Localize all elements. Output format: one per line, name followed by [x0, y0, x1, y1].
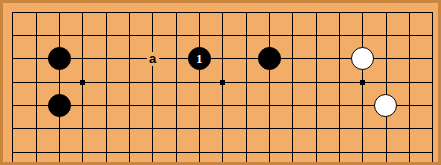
intersection: [374, 94, 397, 117]
intersection: [118, 47, 141, 70]
intersection: [71, 24, 94, 47]
intersection: [421, 141, 441, 164]
intersection: [234, 141, 257, 164]
intersection: [48, 117, 71, 140]
intersection: [71, 71, 94, 94]
intersection: [188, 71, 211, 94]
intersection: [374, 47, 397, 70]
intersection: [374, 141, 397, 164]
intersection: [374, 117, 397, 140]
intersection: [24, 117, 47, 140]
intersection: [24, 1, 47, 24]
intersection: [421, 94, 441, 117]
intersection: [328, 47, 351, 70]
intersection: [421, 71, 441, 94]
intersection: [304, 94, 327, 117]
intersection: [141, 24, 164, 47]
intersection: [48, 24, 71, 47]
intersection: [164, 47, 187, 70]
intersection: [304, 24, 327, 47]
intersection: [211, 47, 234, 70]
intersection: [48, 71, 71, 94]
intersection: [258, 1, 281, 24]
intersection-grid: a1: [1, 1, 441, 164]
point-label-a: a: [147, 52, 159, 66]
intersection: [328, 141, 351, 164]
intersection: [258, 71, 281, 94]
intersection: [24, 24, 47, 47]
intersection: a: [141, 47, 164, 70]
intersection: [188, 1, 211, 24]
intersection: [118, 1, 141, 24]
intersection: [281, 47, 304, 70]
intersection: [164, 117, 187, 140]
intersection: [281, 117, 304, 140]
intersection: [211, 141, 234, 164]
intersection: [118, 117, 141, 140]
intersection: [94, 117, 117, 140]
intersection: [24, 71, 47, 94]
intersection: [94, 24, 117, 47]
intersection: [1, 117, 24, 140]
star-point-marker: [360, 80, 365, 85]
intersection: [211, 24, 234, 47]
star-point-marker: [220, 80, 225, 85]
intersection: [234, 94, 257, 117]
intersection: [1, 47, 24, 70]
intersection: [94, 1, 117, 24]
intersection: [71, 47, 94, 70]
intersection: [398, 94, 421, 117]
intersection: [24, 47, 47, 70]
intersection: [188, 94, 211, 117]
intersection: [351, 71, 374, 94]
intersection: [374, 1, 397, 24]
star-point-marker: [80, 80, 85, 85]
intersection: [164, 141, 187, 164]
intersection: [304, 141, 327, 164]
intersection: [164, 1, 187, 24]
intersection: [118, 94, 141, 117]
numbered-black-stone: 1: [188, 47, 211, 70]
intersection: [398, 71, 421, 94]
intersection: [164, 24, 187, 47]
intersection: [351, 24, 374, 47]
intersection: [421, 24, 441, 47]
intersection: [141, 117, 164, 140]
intersection: [421, 47, 441, 70]
black-stone: [48, 47, 71, 70]
intersection: [398, 141, 421, 164]
intersection: [141, 71, 164, 94]
intersection: [328, 117, 351, 140]
intersection: [94, 71, 117, 94]
intersection: [1, 141, 24, 164]
intersection: [421, 117, 441, 140]
intersection: [374, 24, 397, 47]
intersection: [351, 117, 374, 140]
intersection: [258, 24, 281, 47]
intersection: [71, 117, 94, 140]
intersection: [398, 24, 421, 47]
intersection: 1: [188, 47, 211, 70]
intersection: [281, 94, 304, 117]
intersection: [48, 47, 71, 70]
intersection: [48, 141, 71, 164]
intersection: [188, 24, 211, 47]
intersection: [374, 71, 397, 94]
intersection: [1, 94, 24, 117]
intersection: [398, 1, 421, 24]
black-stone: [48, 94, 71, 117]
intersection: [351, 141, 374, 164]
intersection: [1, 24, 24, 47]
intersection: [164, 94, 187, 117]
intersection: [281, 24, 304, 47]
intersection: [141, 1, 164, 24]
intersection: [94, 94, 117, 117]
intersection: [94, 47, 117, 70]
intersection: [304, 117, 327, 140]
intersection: [351, 94, 374, 117]
intersection: [118, 141, 141, 164]
intersection: [24, 141, 47, 164]
intersection: [234, 1, 257, 24]
go-board: a1: [0, 0, 441, 165]
intersection: [94, 141, 117, 164]
intersection: [281, 71, 304, 94]
intersection: [351, 47, 374, 70]
intersection: [141, 141, 164, 164]
intersection: [71, 1, 94, 24]
intersection: [281, 1, 304, 24]
intersection: [188, 117, 211, 140]
intersection: [118, 71, 141, 94]
intersection: [164, 71, 187, 94]
intersection: [234, 47, 257, 70]
intersection: [234, 71, 257, 94]
intersection: [211, 71, 234, 94]
intersection: [328, 71, 351, 94]
black-stone: [258, 47, 281, 70]
intersection: [398, 47, 421, 70]
intersection: [211, 117, 234, 140]
intersection: [234, 117, 257, 140]
intersection: [211, 1, 234, 24]
move-number: 1: [196, 52, 203, 65]
intersection: [258, 117, 281, 140]
white-stone: [351, 47, 374, 70]
intersection: [1, 71, 24, 94]
intersection: [24, 94, 47, 117]
intersection: [258, 141, 281, 164]
intersection: [71, 94, 94, 117]
intersection: [71, 141, 94, 164]
intersection: [421, 1, 441, 24]
intersection: [258, 94, 281, 117]
intersection: [48, 94, 71, 117]
intersection: [328, 24, 351, 47]
intersection: [328, 1, 351, 24]
intersection: [304, 1, 327, 24]
intersection: [304, 47, 327, 70]
intersection: [304, 71, 327, 94]
intersection: [328, 94, 351, 117]
intersection: [141, 94, 164, 117]
intersection: [48, 1, 71, 24]
intersection: [211, 94, 234, 117]
intersection: [1, 1, 24, 24]
intersection: [234, 24, 257, 47]
intersection: [351, 1, 374, 24]
intersection: [118, 24, 141, 47]
intersection: [188, 141, 211, 164]
intersection: [398, 117, 421, 140]
intersection: [258, 47, 281, 70]
intersection: [281, 141, 304, 164]
white-stone: [374, 94, 397, 117]
